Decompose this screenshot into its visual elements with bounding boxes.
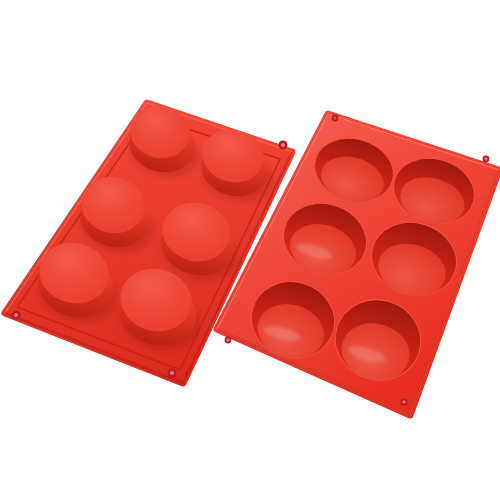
hanging-hole-center — [226, 338, 229, 341]
hanging-hole-center — [484, 157, 487, 160]
photo-svg — [0, 0, 500, 500]
hanging-hole-center — [402, 400, 405, 403]
hanging-hole-center — [281, 143, 285, 147]
hanging-hole-center — [333, 116, 336, 119]
hanging-hole-center — [170, 371, 174, 375]
product-photo: Product photo: two red six-cup round sil… — [0, 0, 500, 500]
hanging-hole-center — [14, 313, 18, 317]
photo-canvas — [0, 0, 500, 500]
